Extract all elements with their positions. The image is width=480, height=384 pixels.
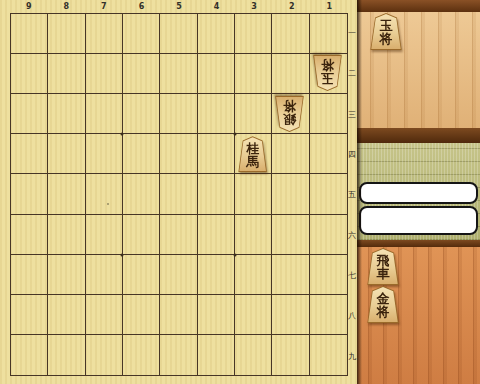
board-cell[interactable] (310, 295, 347, 335)
board-cell[interactable] (235, 14, 272, 54)
rank-label: 五 (347, 189, 357, 200)
board-cell[interactable] (48, 215, 85, 255)
board-cell[interactable] (123, 54, 160, 94)
star-point (121, 254, 124, 257)
board-cell[interactable] (86, 54, 123, 94)
board-cell[interactable] (160, 54, 197, 94)
file-label: 7 (85, 0, 123, 13)
board-cell[interactable] (272, 174, 309, 214)
board-speck (107, 203, 109, 205)
board-cell[interactable] (160, 335, 197, 375)
board-cell[interactable] (160, 14, 197, 54)
board-cell[interactable] (48, 335, 85, 375)
rank-label: 一 (347, 28, 357, 39)
file-label: 2 (273, 0, 311, 13)
board-cell[interactable] (310, 134, 347, 174)
file-label: 3 (235, 0, 273, 13)
board-cell[interactable] (160, 255, 197, 295)
piece-kanji: 玉将 (369, 17, 403, 49)
board-cell[interactable] (123, 255, 160, 295)
board-cell[interactable] (272, 215, 309, 255)
piece-gin[interactable]: 銀将 (274, 96, 305, 132)
board-cell[interactable] (160, 295, 197, 335)
board-cell[interactable] (160, 94, 197, 134)
rank-label: 二 (347, 68, 357, 79)
board-cell[interactable] (11, 335, 48, 375)
board-cell[interactable] (160, 174, 197, 214)
piece-kei[interactable]: 桂馬 (237, 136, 268, 172)
board-cell[interactable] (160, 215, 197, 255)
shogi-board: 987654321 一二三四五六七八九 玉将銀将桂馬 (0, 0, 357, 384)
board-cell[interactable] (235, 174, 272, 214)
board-cell[interactable] (86, 335, 123, 375)
rank-label: 四 (347, 149, 357, 160)
sente-tray-top-border (357, 240, 480, 247)
board-cell[interactable] (123, 335, 160, 375)
board-cell[interactable] (272, 54, 309, 94)
board-cell[interactable] (123, 134, 160, 174)
board-cell[interactable] (11, 174, 48, 214)
board-cell[interactable] (48, 134, 85, 174)
board-cell[interactable] (272, 14, 309, 54)
piece-hisha[interactable]: 飛車 (366, 248, 400, 285)
file-label: 6 (123, 0, 161, 13)
board-cell[interactable] (235, 94, 272, 134)
board-cell[interactable] (198, 255, 235, 295)
board-cell[interactable] (11, 14, 48, 54)
star-point (234, 254, 237, 257)
rank-labels: 一二三四五六七八九 (347, 13, 357, 376)
info-box-top[interactable] (359, 182, 478, 204)
sente-komadai-tray: 飛車金将 (357, 247, 480, 384)
board-cell[interactable] (11, 54, 48, 94)
file-label: 8 (48, 0, 86, 13)
piece-kanji: 玉将 (312, 56, 343, 87)
board-cell[interactable] (86, 255, 123, 295)
rank-label: 三 (347, 109, 357, 120)
board-cell[interactable] (310, 335, 347, 375)
board-cell[interactable] (123, 215, 160, 255)
board-cell[interactable] (86, 215, 123, 255)
board-cell[interactable] (11, 215, 48, 255)
file-label: 9 (10, 0, 48, 13)
board-cell[interactable] (198, 295, 235, 335)
board-grid (10, 13, 348, 376)
board-cell[interactable] (160, 134, 197, 174)
board-cell[interactable] (86, 295, 123, 335)
board-cell[interactable] (123, 174, 160, 214)
board-cell[interactable] (198, 94, 235, 134)
board-cell[interactable] (86, 174, 123, 214)
board-cell[interactable] (11, 94, 48, 134)
board-cell[interactable] (235, 215, 272, 255)
side-panel: 玉将 飛車金将 (357, 0, 480, 384)
board-cell[interactable] (48, 54, 85, 94)
board-cell[interactable] (235, 295, 272, 335)
gote-komadai-tray: 玉将 (357, 12, 480, 128)
board-cell[interactable] (198, 54, 235, 94)
board-cell[interactable] (123, 94, 160, 134)
rank-label: 八 (347, 310, 357, 321)
rank-label: 六 (347, 230, 357, 241)
board-cell[interactable] (272, 134, 309, 174)
rank-label: 七 (347, 270, 357, 281)
board-cell[interactable] (48, 174, 85, 214)
file-labels: 987654321 (10, 0, 348, 13)
board-cell[interactable] (310, 174, 347, 214)
info-box-bottom[interactable] (359, 206, 478, 235)
board-cell[interactable] (310, 215, 347, 255)
board-cell[interactable] (198, 134, 235, 174)
board-cell[interactable] (272, 295, 309, 335)
board-cell[interactable] (310, 14, 347, 54)
board-cell[interactable] (235, 335, 272, 375)
board-cell[interactable] (310, 94, 347, 134)
board-cell[interactable] (86, 134, 123, 174)
piece-kanji: 飛車 (366, 252, 400, 284)
star-point (121, 133, 124, 136)
board-cell[interactable] (310, 255, 347, 295)
piece-kanji: 金将 (366, 290, 400, 322)
piece-kanji: 銀将 (274, 97, 305, 128)
board-cell[interactable] (123, 14, 160, 54)
board-cell[interactable] (272, 255, 309, 295)
board-cell[interactable] (86, 94, 123, 134)
board-cell[interactable] (235, 54, 272, 94)
board-cell[interactable] (11, 134, 48, 174)
piece-gyoku[interactable]: 玉将 (312, 55, 343, 91)
gote-tray-bottom-border (357, 128, 480, 143)
board-cell[interactable] (198, 335, 235, 375)
board-cell[interactable] (48, 255, 85, 295)
board-cell[interactable] (48, 14, 85, 54)
piece-kin[interactable]: 金将 (366, 286, 400, 323)
board-cell[interactable] (86, 14, 123, 54)
board-cell[interactable] (198, 14, 235, 54)
board-cell[interactable] (48, 295, 85, 335)
board-cell[interactable] (235, 255, 272, 295)
board-cell[interactable] (123, 295, 160, 335)
piece-gyoku[interactable]: 玉将 (369, 13, 403, 50)
board-cell[interactable] (11, 295, 48, 335)
panel-top-border (357, 0, 480, 12)
rank-label: 九 (347, 351, 357, 362)
file-label: 4 (198, 0, 236, 13)
board-cell[interactable] (198, 174, 235, 214)
file-label: 1 (311, 0, 349, 13)
board-cell[interactable] (198, 215, 235, 255)
board-cell[interactable] (272, 335, 309, 375)
board-cell[interactable] (48, 94, 85, 134)
piece-kanji: 桂馬 (237, 140, 268, 171)
file-label: 5 (160, 0, 198, 13)
board-cell[interactable] (11, 255, 48, 295)
star-point (234, 133, 237, 136)
